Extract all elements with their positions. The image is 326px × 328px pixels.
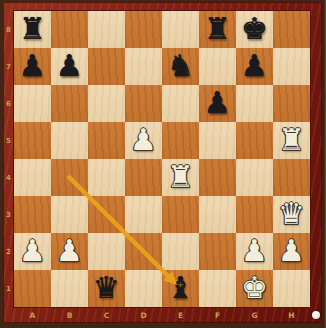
square-c6[interactable] [88, 85, 125, 122]
square-g4[interactable] [236, 159, 273, 196]
square-d2[interactable] [125, 233, 162, 270]
square-b7[interactable]: ♟ [51, 48, 88, 85]
square-b6[interactable] [51, 85, 88, 122]
square-a8[interactable]: ♜ [14, 11, 51, 48]
square-c8[interactable] [88, 11, 125, 48]
square-c1[interactable]: ♛ [88, 270, 125, 307]
square-e7[interactable]: ♞ [162, 48, 199, 85]
black-pawn-g7[interactable]: ♟ [241, 51, 268, 81]
square-d3[interactable] [125, 196, 162, 233]
square-d4[interactable] [125, 159, 162, 196]
rank-label-2: 2 [3, 233, 14, 270]
white-pawn-a2[interactable]: ♟ [19, 236, 46, 266]
rank-label-4: 4 [3, 159, 14, 196]
chess-app-window: ♜♜♚♟♟♞♟♟♟♜♜♛♟♟♟♟♛♝♚ 87654321 ABCDEFGH [0, 0, 326, 328]
file-label-h: H [273, 309, 310, 322]
white-rook-h5[interactable]: ♜ [278, 125, 305, 155]
white-to-move-indicator [312, 311, 320, 319]
square-d1[interactable] [125, 270, 162, 307]
square-e8[interactable] [162, 11, 199, 48]
square-h5[interactable]: ♜ [273, 122, 310, 159]
square-a2[interactable]: ♟ [14, 233, 51, 270]
square-e6[interactable] [162, 85, 199, 122]
white-rook-e4[interactable]: ♜ [167, 162, 194, 192]
file-label-b: B [51, 309, 88, 322]
square-b4[interactable] [51, 159, 88, 196]
square-b8[interactable] [51, 11, 88, 48]
rank-label-7: 7 [3, 48, 14, 85]
black-king-g8[interactable]: ♚ [241, 14, 268, 44]
square-a5[interactable] [14, 122, 51, 159]
square-b2[interactable]: ♟ [51, 233, 88, 270]
square-e1[interactable]: ♝ [162, 270, 199, 307]
square-d6[interactable] [125, 85, 162, 122]
rank-label-3: 3 [3, 196, 14, 233]
square-c7[interactable] [88, 48, 125, 85]
file-label-d: D [125, 309, 162, 322]
square-g6[interactable] [236, 85, 273, 122]
square-c3[interactable] [88, 196, 125, 233]
white-pawn-g2[interactable]: ♟ [241, 236, 268, 266]
square-f6[interactable]: ♟ [199, 85, 236, 122]
white-queen-h3[interactable]: ♛ [278, 199, 305, 229]
square-e5[interactable] [162, 122, 199, 159]
black-pawn-b7[interactable]: ♟ [56, 51, 83, 81]
square-h8[interactable] [273, 11, 310, 48]
square-f2[interactable] [199, 233, 236, 270]
square-b1[interactable] [51, 270, 88, 307]
square-a4[interactable] [14, 159, 51, 196]
square-c4[interactable] [88, 159, 125, 196]
rank-label-1: 1 [3, 270, 14, 307]
file-label-e: E [162, 309, 199, 322]
white-pawn-d5[interactable]: ♟ [130, 125, 157, 155]
chess-board[interactable]: ♜♜♚♟♟♞♟♟♟♜♜♛♟♟♟♟♛♝♚ [14, 11, 310, 307]
square-e3[interactable] [162, 196, 199, 233]
white-pawn-b2[interactable]: ♟ [56, 236, 83, 266]
square-b3[interactable] [51, 196, 88, 233]
square-b5[interactable] [51, 122, 88, 159]
file-label-f: F [199, 309, 236, 322]
black-rook-f8[interactable]: ♜ [204, 14, 231, 44]
square-f5[interactable] [199, 122, 236, 159]
square-f3[interactable] [199, 196, 236, 233]
black-pawn-f6[interactable]: ♟ [204, 88, 231, 118]
white-king-g1[interactable]: ♚ [241, 273, 268, 303]
square-d5[interactable]: ♟ [125, 122, 162, 159]
file-label-a: A [14, 309, 51, 322]
square-e4[interactable]: ♜ [162, 159, 199, 196]
square-d7[interactable] [125, 48, 162, 85]
square-d8[interactable] [125, 11, 162, 48]
square-h1[interactable] [273, 270, 310, 307]
square-a3[interactable] [14, 196, 51, 233]
square-f8[interactable]: ♜ [199, 11, 236, 48]
square-a7[interactable]: ♟ [14, 48, 51, 85]
black-knight-e7[interactable]: ♞ [167, 51, 194, 81]
square-c2[interactable] [88, 233, 125, 270]
square-h7[interactable] [273, 48, 310, 85]
black-queen-c1[interactable]: ♛ [93, 273, 120, 303]
square-h3[interactable]: ♛ [273, 196, 310, 233]
white-pawn-h2[interactable]: ♟ [278, 236, 305, 266]
square-f1[interactable] [199, 270, 236, 307]
square-e2[interactable] [162, 233, 199, 270]
square-f7[interactable] [199, 48, 236, 85]
square-a1[interactable] [14, 270, 51, 307]
square-h2[interactable]: ♟ [273, 233, 310, 270]
square-a6[interactable] [14, 85, 51, 122]
file-label-c: C [88, 309, 125, 322]
black-rook-a8[interactable]: ♜ [19, 14, 46, 44]
square-g1[interactable]: ♚ [236, 270, 273, 307]
square-g3[interactable] [236, 196, 273, 233]
black-pawn-a7[interactable]: ♟ [19, 51, 46, 81]
file-label-g: G [236, 309, 273, 322]
square-h4[interactable] [273, 159, 310, 196]
rank-label-6: 6 [3, 85, 14, 122]
rank-label-8: 8 [3, 11, 14, 48]
square-f4[interactable] [199, 159, 236, 196]
square-h6[interactable] [273, 85, 310, 122]
square-g2[interactable]: ♟ [236, 233, 273, 270]
square-g7[interactable]: ♟ [236, 48, 273, 85]
square-g8[interactable]: ♚ [236, 11, 273, 48]
square-g5[interactable] [236, 122, 273, 159]
square-c5[interactable] [88, 122, 125, 159]
rank-label-5: 5 [3, 122, 14, 159]
black-bishop-e1[interactable]: ♝ [167, 273, 194, 303]
